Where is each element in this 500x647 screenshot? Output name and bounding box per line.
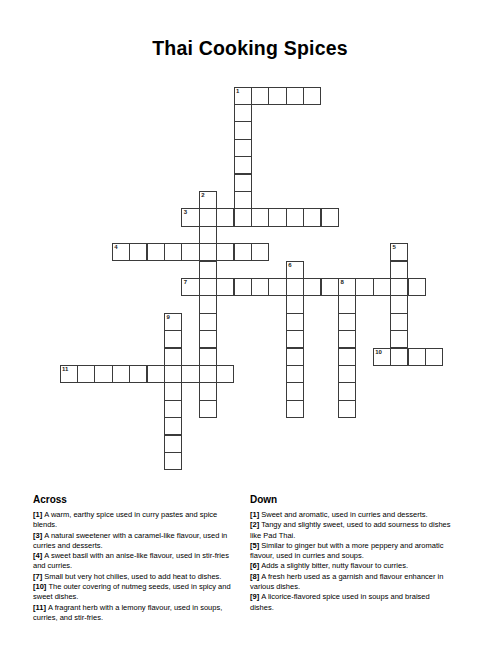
grid-cell[interactable]	[234, 243, 252, 261]
grid-cell[interactable]: 2	[199, 191, 217, 209]
grid-cell[interactable]: 7	[181, 278, 199, 296]
down-header: Down	[250, 494, 466, 505]
grid-cell[interactable]	[164, 348, 182, 366]
clue: [11] A fragrant herb with a lemony flavo…	[33, 603, 249, 624]
grid-cell[interactable]	[199, 261, 217, 279]
grid-cell[interactable]	[338, 365, 356, 383]
clue: [8] A fresh herb used as a garnish and f…	[250, 572, 466, 593]
grid-cell[interactable]: 10	[373, 348, 391, 366]
grid-cell[interactable]	[286, 382, 304, 400]
grid-cell[interactable]	[303, 87, 321, 105]
clue-line: [2] Tangy and slightly sweet, used to ad…	[250, 520, 466, 530]
clue-line: [11] A fragrant herb with a lemony flavo…	[33, 603, 249, 613]
grid-cell[interactable]	[321, 208, 339, 226]
grid-cell[interactable]	[286, 87, 304, 105]
grid-cell[interactable]	[181, 365, 199, 383]
grid-cell[interactable]	[112, 365, 130, 383]
grid-cell[interactable]	[199, 400, 217, 418]
grid-cell[interactable]	[234, 156, 252, 174]
clue-number-label: [7]	[33, 572, 44, 581]
grid-cell[interactable]	[199, 330, 217, 348]
grid-cell[interactable]	[199, 348, 217, 366]
grid-cell[interactable]	[234, 174, 252, 192]
grid-cell[interactable]	[286, 278, 304, 296]
grid-cell[interactable]	[286, 208, 304, 226]
clue-line: [6] Adds a slightly bitter, nutty flavou…	[250, 561, 466, 571]
grid-cell[interactable]	[234, 208, 252, 226]
grid-cell[interactable]	[147, 365, 165, 383]
grid-cell[interactable]	[216, 278, 234, 296]
grid-cell[interactable]	[164, 435, 182, 453]
clue: [4] A sweet basil with an anise-like fla…	[33, 551, 249, 572]
grid-cell[interactable]	[129, 243, 147, 261]
grid-cell[interactable]	[338, 348, 356, 366]
grid-cell[interactable]	[408, 278, 426, 296]
across-clue-list: [1] A warm, earthy spice used in curry p…	[33, 510, 249, 623]
grid-cell[interactable]	[303, 208, 321, 226]
grid-cell[interactable]: 11	[60, 365, 78, 383]
clue-number-label: [8]	[250, 572, 261, 581]
clue-number: 6	[288, 262, 291, 269]
grid-cell[interactable]	[199, 208, 217, 226]
clue-line: curries, and stir-fries.	[33, 613, 249, 623]
grid-cell[interactable]	[164, 452, 182, 470]
grid-cell[interactable]	[199, 278, 217, 296]
clue-number-label: [9]	[250, 592, 261, 601]
grid-cell[interactable]	[390, 278, 408, 296]
clue-number: 5	[393, 244, 396, 251]
grid-cell[interactable]	[216, 208, 234, 226]
clue-number-label: [10]	[33, 582, 48, 591]
clue-number: 2	[201, 192, 204, 199]
grid-cell[interactable]: 3	[181, 208, 199, 226]
clue: [3] A natural sweetener with a caramel-l…	[33, 531, 249, 552]
clue-number-label: [3]	[33, 531, 44, 540]
grid-cell[interactable]	[321, 278, 339, 296]
clue-line: [4] A sweet basil with an anise-like fla…	[33, 551, 249, 561]
clue-number-label: [11]	[33, 603, 48, 612]
grid-cell[interactable]	[216, 243, 234, 261]
grid-cell[interactable]	[286, 330, 304, 348]
grid-cell[interactable]	[425, 348, 443, 366]
clue-line: flavour, used in curries and soups.	[250, 551, 466, 561]
grid-cell[interactable]	[390, 295, 408, 313]
clue-number-label: [5]	[250, 541, 261, 550]
clue-number-label: [6]	[250, 561, 261, 570]
grid-cell[interactable]	[286, 295, 304, 313]
grid-cell[interactable]	[147, 243, 165, 261]
grid-cell[interactable]: 5	[390, 243, 408, 261]
grid-cell[interactable]	[199, 382, 217, 400]
grid-cell[interactable]	[199, 295, 217, 313]
clue-line: blends.	[33, 520, 249, 530]
grid-cell[interactable]	[286, 400, 304, 418]
clue-line: and curries.	[33, 561, 249, 571]
grid-cell[interactable]	[216, 365, 234, 383]
clue-line: [10] The outer covering of nutmeg seeds,…	[33, 582, 249, 592]
clue-number-label: [4]	[33, 551, 44, 560]
grid-cell[interactable]	[251, 87, 269, 105]
grid-cell[interactable]	[199, 313, 217, 331]
grid-cell[interactable]: 1	[234, 87, 252, 105]
grid-cell[interactable]	[164, 365, 182, 383]
clue-number: 7	[184, 279, 187, 286]
grid-cell[interactable]	[164, 330, 182, 348]
grid-cell[interactable]: 8	[338, 278, 356, 296]
grid-cell[interactable]	[234, 278, 252, 296]
grid-cell[interactable]	[286, 365, 304, 383]
clue-line: like Pad Thai.	[250, 531, 466, 541]
clue: [10] The outer covering of nutmeg seeds,…	[33, 582, 249, 603]
clue-line: sweet dishes.	[33, 592, 249, 602]
grid-cell[interactable]: 4	[112, 243, 130, 261]
grid-cell[interactable]	[268, 87, 286, 105]
clue-number: 11	[62, 366, 68, 373]
grid-cell[interactable]	[129, 365, 147, 383]
clue: [5] Similar to ginger but with a more pe…	[250, 541, 466, 562]
clue-line: curries and desserts.	[33, 541, 249, 551]
clue-number: 9	[166, 314, 169, 321]
grid-cell[interactable]	[199, 243, 217, 261]
grid-cell[interactable]	[390, 330, 408, 348]
grid-cell[interactable]	[164, 243, 182, 261]
across-header: Across	[33, 494, 249, 505]
grid-cell[interactable]	[164, 400, 182, 418]
clue-number: 3	[184, 209, 187, 216]
grid-cell[interactable]: 9	[164, 313, 182, 331]
clue-line: [1] Sweet and aromatic, used in curries …	[250, 510, 466, 520]
grid-cell[interactable]	[373, 278, 391, 296]
crossword-grid: 1234567891011	[60, 87, 444, 471]
grid-cell[interactable]	[338, 382, 356, 400]
grid-cell[interactable]	[234, 191, 252, 209]
clue: [6] Adds a slightly bitter, nutty flavou…	[250, 561, 466, 571]
grid-cell[interactable]	[286, 313, 304, 331]
puzzle-title: Thai Cooking Spices	[0, 37, 500, 60]
grid-cell[interactable]	[234, 139, 252, 157]
clue: [9] A licorice-flavored spice used in so…	[250, 592, 466, 613]
clue-line: [9] A licorice-flavored spice used in so…	[250, 592, 466, 602]
grid-cell[interactable]	[77, 365, 95, 383]
grid-cell[interactable]	[234, 104, 252, 122]
grid-cell[interactable]	[268, 278, 286, 296]
clue-line: [3] A natural sweetener with a caramel-l…	[33, 531, 249, 541]
clue-number-label: [1]	[250, 510, 261, 519]
clue-line: [1] A warm, earthy spice used in curry p…	[33, 510, 249, 520]
clue-line: [8] A fresh herb used as a garnish and f…	[250, 572, 466, 582]
clue-line: [5] Similar to ginger but with a more pe…	[250, 541, 466, 551]
down-clue-list: [1] Sweet and aromatic, used in curries …	[250, 510, 466, 613]
across-clues-section: Across [1] A warm, earthy spice used in …	[33, 494, 249, 623]
clue-number-label: [1]	[33, 510, 44, 519]
grid-cell[interactable]	[390, 261, 408, 279]
grid-cell[interactable]	[199, 365, 217, 383]
clue-number: 10	[375, 349, 382, 356]
clue: [1] A warm, earthy spice used in curry p…	[33, 510, 249, 531]
grid-cell[interactable]	[338, 400, 356, 418]
grid-cell[interactable]	[181, 243, 199, 261]
grid-cell[interactable]	[338, 330, 356, 348]
grid-cell[interactable]	[251, 208, 269, 226]
clue-line: various dishes.	[250, 582, 466, 592]
clue: [7] Small but very hot chilies, used to …	[33, 572, 249, 582]
grid-cell[interactable]	[338, 313, 356, 331]
grid-cell[interactable]	[268, 208, 286, 226]
clue-number: 1	[236, 88, 239, 95]
clue: [1] Sweet and aromatic, used in curries …	[250, 510, 466, 520]
grid-cell[interactable]	[251, 243, 269, 261]
grid-cell[interactable]	[251, 278, 269, 296]
grid-cell[interactable]	[94, 365, 112, 383]
clue-number: 8	[340, 279, 343, 286]
grid-cell[interactable]	[390, 348, 408, 366]
down-clues-section: Down [1] Sweet and aromatic, used in cur…	[250, 494, 466, 613]
clue-number-label: [2]	[250, 520, 261, 529]
grid-cell[interactable]	[303, 278, 321, 296]
grid-cell[interactable]	[390, 313, 408, 331]
grid-cell[interactable]	[234, 121, 252, 139]
page: Thai Cooking Spices 1234567891011 Across…	[0, 0, 500, 647]
grid-cell[interactable]	[338, 295, 356, 313]
grid-cell[interactable]	[199, 226, 217, 244]
grid-cell[interactable]	[355, 278, 373, 296]
grid-cell[interactable]	[286, 348, 304, 366]
clue-number: 4	[114, 244, 117, 251]
grid-cell[interactable]: 6	[286, 261, 304, 279]
grid-cell[interactable]	[164, 417, 182, 435]
grid-cell[interactable]	[408, 348, 426, 366]
grid-cell[interactable]	[164, 382, 182, 400]
clue: [2] Tangy and slightly sweet, used to ad…	[250, 520, 466, 541]
clue-line: [7] Small but very hot chilies, used to …	[33, 572, 249, 582]
clue-line: dishes.	[250, 603, 466, 613]
